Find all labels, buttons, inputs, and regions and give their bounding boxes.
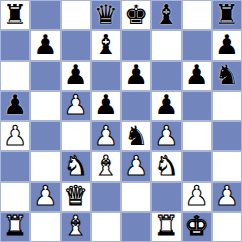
square-e4[interactable]: ♞	[121, 121, 151, 151]
square-c7[interactable]	[61, 30, 91, 60]
square-f7[interactable]	[151, 30, 181, 60]
square-a3[interactable]	[0, 151, 30, 181]
square-c2[interactable]: ♛	[61, 182, 91, 212]
square-g7[interactable]	[182, 30, 212, 60]
black-king: ♚	[124, 1, 148, 28]
square-c1[interactable]: ♝	[61, 212, 91, 242]
black-bishop: ♝	[154, 1, 178, 28]
square-b1[interactable]	[30, 212, 60, 242]
square-f2[interactable]	[151, 182, 181, 212]
square-d5[interactable]: ♟	[91, 91, 121, 121]
square-c8[interactable]	[61, 0, 91, 30]
black-pawn: ♟	[3, 91, 27, 118]
square-e2[interactable]	[121, 182, 151, 212]
square-c6[interactable]: ♟	[61, 61, 91, 91]
square-h6[interactable]: ♞	[212, 61, 242, 91]
white-pawn: ♟	[215, 182, 239, 209]
square-g6[interactable]: ♟	[182, 61, 212, 91]
square-a4[interactable]: ♟	[0, 121, 30, 151]
black-rook: ♜	[215, 1, 239, 28]
white-queen: ♛	[64, 182, 88, 209]
white-bishop: ♝	[94, 152, 118, 179]
square-a1[interactable]: ♜	[0, 212, 30, 242]
black-pawn: ♟	[94, 91, 118, 118]
square-a8[interactable]: ♜	[0, 0, 30, 30]
square-a5[interactable]: ♟	[0, 91, 30, 121]
square-h4[interactable]	[212, 121, 242, 151]
square-d1[interactable]	[91, 212, 121, 242]
black-pawn: ♟	[185, 61, 209, 88]
square-e8[interactable]: ♚	[121, 0, 151, 30]
black-pawn: ♟	[124, 61, 148, 88]
square-g3[interactable]	[182, 151, 212, 181]
square-b3[interactable]	[30, 151, 60, 181]
white-rook: ♜	[3, 212, 27, 239]
square-e6[interactable]: ♟	[121, 61, 151, 91]
square-g1[interactable]: ♚	[182, 212, 212, 242]
white-knight: ♞	[154, 152, 178, 179]
black-pawn: ♟	[154, 91, 178, 118]
white-pawn: ♟	[124, 152, 148, 179]
square-d6[interactable]	[91, 61, 121, 91]
square-b6[interactable]	[30, 61, 60, 91]
white-pawn: ♟	[154, 122, 178, 149]
square-b8[interactable]	[30, 0, 60, 30]
square-g2[interactable]: ♟	[182, 182, 212, 212]
white-rook: ♜	[154, 212, 178, 239]
square-f5[interactable]: ♟	[151, 91, 181, 121]
square-d2[interactable]	[91, 182, 121, 212]
square-f6[interactable]	[151, 61, 181, 91]
square-h1[interactable]	[212, 212, 242, 242]
square-h5[interactable]	[212, 91, 242, 121]
square-e5[interactable]	[121, 91, 151, 121]
square-h3[interactable]	[212, 151, 242, 181]
square-a2[interactable]	[0, 182, 30, 212]
black-pawn: ♟	[64, 61, 88, 88]
square-e3[interactable]: ♟	[121, 151, 151, 181]
square-d4[interactable]: ♟	[91, 121, 121, 151]
square-c4[interactable]	[61, 121, 91, 151]
white-pawn: ♟	[64, 91, 88, 118]
square-e1[interactable]	[121, 212, 151, 242]
square-g4[interactable]	[182, 121, 212, 151]
square-f4[interactable]: ♟	[151, 121, 181, 151]
square-h8[interactable]: ♜	[212, 0, 242, 30]
square-c5[interactable]: ♟	[61, 91, 91, 121]
square-a6[interactable]	[0, 61, 30, 91]
square-h2[interactable]: ♟	[212, 182, 242, 212]
square-b7[interactable]: ♟	[30, 30, 60, 60]
black-bishop: ♝	[94, 31, 118, 58]
black-pawn: ♟	[33, 31, 57, 58]
black-rook: ♜	[3, 1, 27, 28]
square-f1[interactable]: ♜	[151, 212, 181, 242]
white-pawn: ♟	[3, 122, 27, 149]
square-b5[interactable]	[30, 91, 60, 121]
white-king: ♚	[185, 212, 209, 239]
square-a7[interactable]	[0, 30, 30, 60]
square-b4[interactable]	[30, 121, 60, 151]
black-pawn: ♟	[215, 31, 239, 58]
white-pawn: ♟	[94, 122, 118, 149]
square-d8[interactable]: ♛	[91, 0, 121, 30]
square-d3[interactable]: ♝	[91, 151, 121, 181]
black-knight: ♞	[215, 61, 239, 88]
square-g8[interactable]	[182, 0, 212, 30]
white-pawn: ♟	[185, 182, 209, 209]
square-d7[interactable]: ♝	[91, 30, 121, 60]
square-f3[interactable]: ♞	[151, 151, 181, 181]
black-queen: ♛	[94, 1, 118, 28]
square-g5[interactable]	[182, 91, 212, 121]
square-b2[interactable]: ♟	[30, 182, 60, 212]
square-f8[interactable]: ♝	[151, 0, 181, 30]
white-pawn: ♟	[33, 182, 57, 209]
black-knight: ♞	[124, 122, 148, 149]
white-bishop: ♝	[64, 212, 88, 239]
square-e7[interactable]	[121, 30, 151, 60]
square-h7[interactable]: ♟	[212, 30, 242, 60]
white-knight: ♞	[64, 152, 88, 179]
chess-board: ♜♛♚♝♜♟♝♟♟♟♟♞♟♟♟♟♟♟♞♟♞♝♟♞♟♛♟♟♜♝♜♚	[0, 0, 242, 242]
square-c3[interactable]: ♞	[61, 151, 91, 181]
